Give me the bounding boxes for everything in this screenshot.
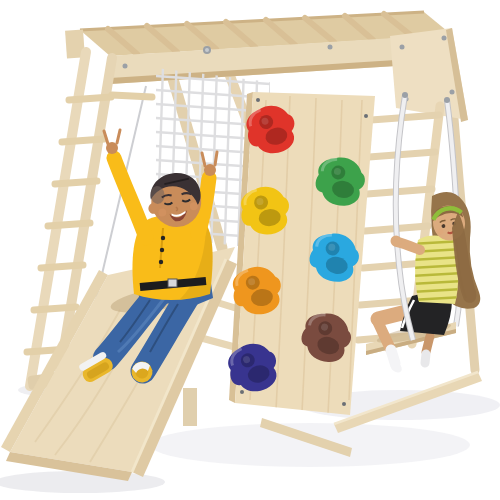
product-photo xyxy=(0,0,500,500)
girl-hand xyxy=(391,236,402,247)
boy-hand-left xyxy=(104,130,120,154)
boy-belt-buckle xyxy=(168,279,177,287)
protruding-dowel xyxy=(112,95,152,97)
rope-hook xyxy=(444,97,450,103)
playset-scene xyxy=(0,0,500,500)
climbing-wall xyxy=(224,92,375,415)
girl-sock xyxy=(391,350,395,363)
slide-support-post xyxy=(183,388,197,426)
girl-rear-sock xyxy=(425,354,426,363)
rope-hook xyxy=(402,92,408,98)
